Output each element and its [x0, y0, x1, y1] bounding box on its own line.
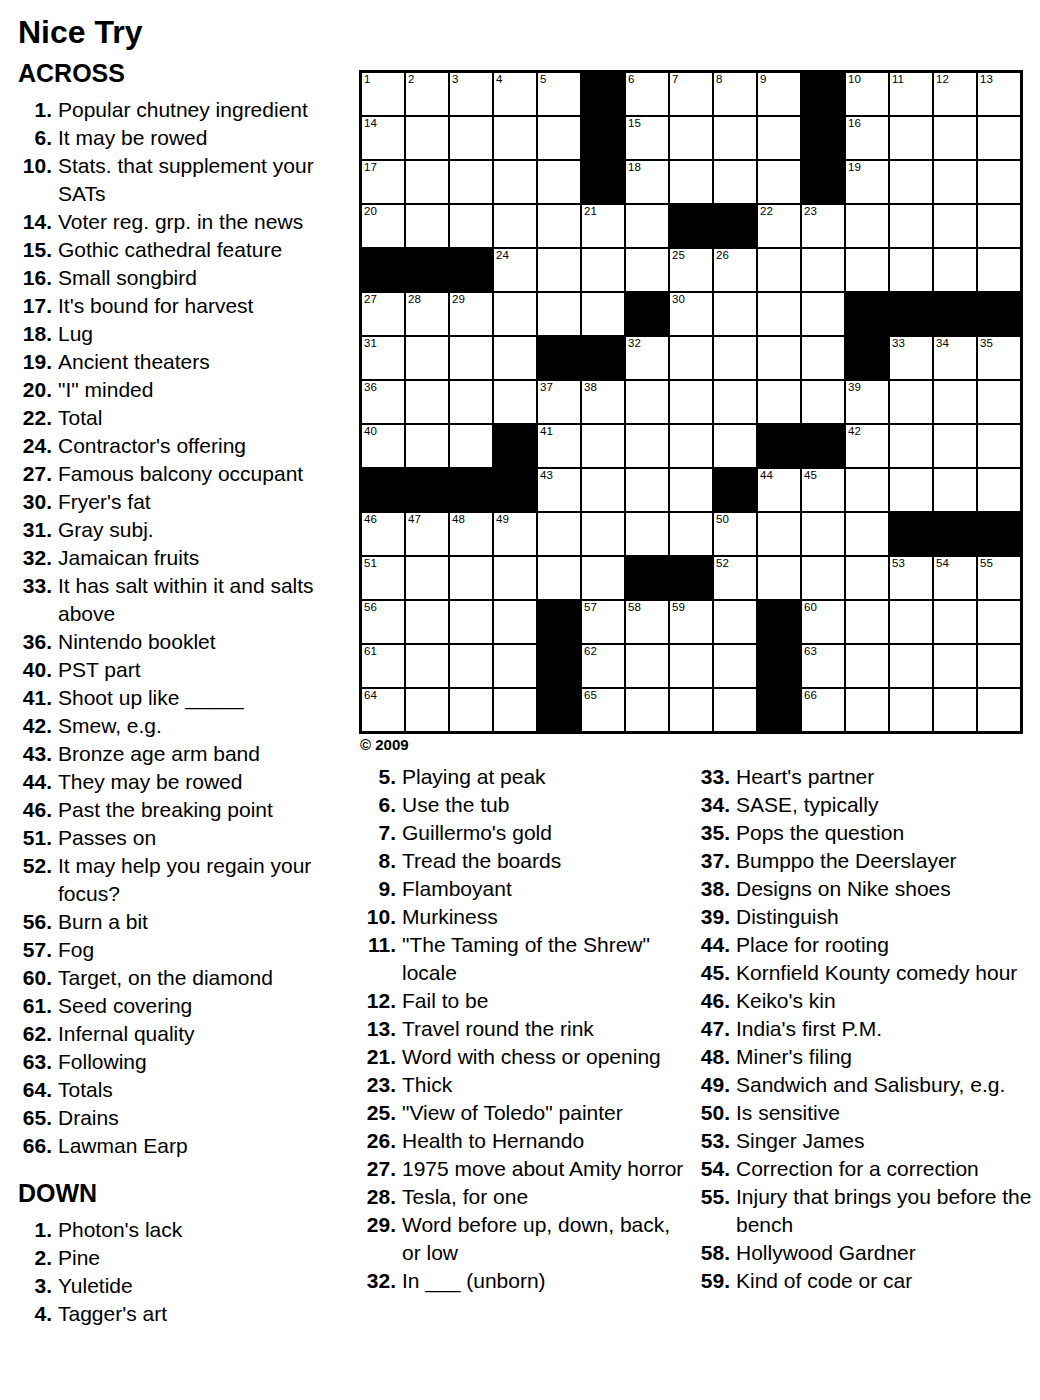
grid-cell[interactable]: 36 [361, 380, 405, 424]
cell-number: 58 [628, 601, 641, 614]
grid-cell[interactable] [669, 336, 713, 380]
grid-cell[interactable] [449, 688, 493, 732]
grid-cell[interactable] [801, 248, 845, 292]
clue-text: Fail to be [402, 987, 693, 1015]
grid-cell[interactable] [977, 380, 1021, 424]
grid-cell[interactable] [757, 336, 801, 380]
clue-text: Thick [402, 1071, 693, 1099]
grid-cell[interactable]: 1 [361, 72, 405, 116]
grid-cell[interactable]: 59 [669, 600, 713, 644]
clue-item: 20."I" minded [18, 376, 359, 404]
clue-item: 10.Stats. that supplement your SATs [18, 152, 359, 208]
grid-cell[interactable]: 19 [845, 160, 889, 204]
cell-number: 41 [540, 425, 553, 438]
down-clue-list-middle: 5.Playing at peak6.Use the tub7.Guillerm… [362, 763, 693, 1295]
grid-cell[interactable] [933, 116, 977, 160]
clue-number: 3. [18, 1272, 58, 1300]
clue-item: 13.Travel round the rink [362, 1015, 693, 1043]
grid-cell[interactable] [845, 644, 889, 688]
grid-cell[interactable]: 66 [801, 688, 845, 732]
grid-cell[interactable] [537, 204, 581, 248]
grid-cell[interactable] [933, 600, 977, 644]
grid-cell[interactable]: 10 [845, 72, 889, 116]
clue-item: 33.It has salt within it and salts above [18, 572, 359, 628]
grid-cell[interactable] [933, 380, 977, 424]
grid-cell[interactable]: 57 [581, 600, 625, 644]
grid-cell[interactable] [625, 688, 669, 732]
grid-cell[interactable] [405, 336, 449, 380]
grid-cell[interactable] [449, 160, 493, 204]
grid-cell[interactable] [889, 116, 933, 160]
block-cell [361, 248, 405, 292]
grid-cell[interactable] [449, 336, 493, 380]
grid-cell[interactable] [801, 512, 845, 556]
grid-cell[interactable] [977, 600, 1021, 644]
cell-number: 5 [540, 73, 546, 86]
grid-cell[interactable] [449, 204, 493, 248]
clue-text: Ancient theaters [58, 348, 359, 376]
clue-number: 17. [18, 292, 58, 320]
grid-cell[interactable]: 52 [713, 556, 757, 600]
grid-cell[interactable]: 13 [977, 72, 1021, 116]
grid-cell[interactable] [493, 292, 537, 336]
grid-cell[interactable]: 50 [713, 512, 757, 556]
grid-cell[interactable] [977, 644, 1021, 688]
grid-cell[interactable] [493, 336, 537, 380]
grid-cell[interactable]: 11 [889, 72, 933, 116]
clue-item: 65.Drains [18, 1104, 359, 1132]
block-cell [757, 424, 801, 468]
grid-cell[interactable] [625, 644, 669, 688]
grid-cell[interactable]: 27 [361, 292, 405, 336]
grid-cell[interactable]: 62 [581, 644, 625, 688]
grid-cell[interactable] [537, 556, 581, 600]
grid-cell[interactable] [669, 424, 713, 468]
grid-cell[interactable] [845, 556, 889, 600]
clue-item: 32.In ___ (unborn) [362, 1267, 693, 1295]
grid-cell[interactable]: 55 [977, 556, 1021, 600]
clue-number: 4. [18, 1300, 58, 1328]
grid-cell[interactable]: 4 [493, 72, 537, 116]
clue-item: 4.Tagger's art [18, 1300, 359, 1328]
grid-cell[interactable] [889, 248, 933, 292]
grid-cell[interactable] [977, 468, 1021, 512]
grid-cell[interactable] [449, 380, 493, 424]
block-cell [977, 512, 1021, 556]
grid-cell[interactable] [537, 160, 581, 204]
grid-cell[interactable] [405, 644, 449, 688]
grid-cell[interactable] [801, 556, 845, 600]
grid-cell[interactable] [757, 116, 801, 160]
block-cell [801, 160, 845, 204]
grid-cell[interactable] [713, 424, 757, 468]
grid-cell[interactable] [713, 380, 757, 424]
grid-cell[interactable] [801, 380, 845, 424]
cell-number: 59 [672, 601, 685, 614]
grid-cell[interactable] [493, 556, 537, 600]
grid-cell[interactable]: 51 [361, 556, 405, 600]
grid-cell[interactable] [625, 380, 669, 424]
clue-text: Heart's partner [736, 763, 1040, 791]
clue-text: Singer James [736, 1127, 1040, 1155]
clue-text: Lawman Earp [58, 1132, 359, 1160]
grid-cell[interactable] [669, 688, 713, 732]
grid-cell[interactable]: 45 [801, 468, 845, 512]
grid-cell[interactable] [713, 644, 757, 688]
grid-cell[interactable]: 18 [625, 160, 669, 204]
clue-number: 15. [18, 236, 58, 264]
grid-cell[interactable] [581, 468, 625, 512]
clue-number: 34. [696, 791, 736, 819]
clue-number: 5. [362, 763, 402, 791]
grid-cell[interactable] [757, 512, 801, 556]
grid-cell[interactable] [889, 688, 933, 732]
cell-number: 36 [364, 381, 377, 394]
grid-cell[interactable]: 60 [801, 600, 845, 644]
cell-number: 54 [936, 557, 949, 570]
grid-cell[interactable] [977, 248, 1021, 292]
cell-number: 64 [364, 689, 377, 702]
grid-cell[interactable]: 5 [537, 72, 581, 116]
grid-cell[interactable] [493, 380, 537, 424]
clue-text: Hollywood Gardner [736, 1239, 1040, 1267]
grid-cell[interactable] [405, 600, 449, 644]
grid-cell[interactable] [581, 556, 625, 600]
grid-cell[interactable] [977, 688, 1021, 732]
grid-cell[interactable]: 46 [361, 512, 405, 556]
clue-item: 27.1975 move about Amity horror [362, 1155, 693, 1183]
clue-text: Fryer's fat [58, 488, 359, 516]
grid-cell[interactable] [933, 468, 977, 512]
down-header: DOWN [18, 1178, 359, 1208]
grid-cell[interactable]: 37 [537, 380, 581, 424]
grid-cell[interactable]: 53 [889, 556, 933, 600]
clue-text: It may be rowed [58, 124, 359, 152]
grid-cell[interactable] [933, 688, 977, 732]
clue-text: Voter reg. grp. in the news [58, 208, 359, 236]
cell-number: 53 [892, 557, 905, 570]
grid-cell[interactable]: 48 [449, 512, 493, 556]
grid-cell[interactable] [493, 160, 537, 204]
grid-cell[interactable] [757, 556, 801, 600]
grid-cell[interactable] [537, 512, 581, 556]
grid-cell[interactable] [405, 688, 449, 732]
grid-cell[interactable] [581, 424, 625, 468]
grid-cell[interactable] [537, 248, 581, 292]
grid-cell[interactable] [493, 600, 537, 644]
cell-number: 17 [364, 161, 377, 174]
clue-number: 6. [18, 124, 58, 152]
grid-cell[interactable] [845, 600, 889, 644]
clue-number: 29. [362, 1211, 402, 1267]
grid-cell[interactable]: 12 [933, 72, 977, 116]
grid-cell[interactable] [625, 424, 669, 468]
grid-cell[interactable]: 47 [405, 512, 449, 556]
grid-cell[interactable] [889, 204, 933, 248]
grid-cell[interactable]: 61 [361, 644, 405, 688]
grid-cell[interactable] [537, 292, 581, 336]
block-cell [933, 292, 977, 336]
block-cell [889, 512, 933, 556]
grid-cell[interactable]: 33 [889, 336, 933, 380]
grid-cell[interactable] [625, 204, 669, 248]
grid-cell[interactable]: 65 [581, 688, 625, 732]
grid-cell[interactable]: 58 [625, 600, 669, 644]
grid-cell[interactable] [405, 424, 449, 468]
clue-text: In ___ (unborn) [402, 1267, 693, 1295]
grid-cell[interactable] [669, 116, 713, 160]
grid-cell[interactable] [405, 116, 449, 160]
grid-cell[interactable] [933, 248, 977, 292]
grid-cell[interactable]: 29 [449, 292, 493, 336]
grid-cell[interactable] [581, 248, 625, 292]
grid-cell[interactable]: 20 [361, 204, 405, 248]
grid-cell[interactable] [933, 424, 977, 468]
cell-number: 56 [364, 601, 377, 614]
clue-item: 45.Kornfield Kounty comedy hour [696, 959, 1040, 987]
clue-number: 53. [696, 1127, 736, 1155]
clue-text: Yuletide [58, 1272, 359, 1300]
grid-cell[interactable] [405, 380, 449, 424]
grid-cell[interactable]: 7 [669, 72, 713, 116]
clue-item: 11."The Taming of the Shrew" locale [362, 931, 693, 987]
clue-number: 45. [696, 959, 736, 987]
grid-cell[interactable] [757, 292, 801, 336]
grid-cell[interactable] [845, 204, 889, 248]
grid-cell[interactable]: 28 [405, 292, 449, 336]
clue-number: 58. [696, 1239, 736, 1267]
clue-text: Murkiness [402, 903, 693, 931]
grid-cell[interactable]: 22 [757, 204, 801, 248]
cell-number: 39 [848, 381, 861, 394]
clue-number: 31. [18, 516, 58, 544]
grid-cell[interactable] [537, 116, 581, 160]
grid-cell[interactable] [625, 512, 669, 556]
clue-text: Flamboyant [402, 875, 693, 903]
grid-cell[interactable]: 56 [361, 600, 405, 644]
grid-cell[interactable] [845, 512, 889, 556]
grid-cell[interactable] [933, 644, 977, 688]
down-clue-list-left: 1.Photon's lack2.Pine3.Yuletide4.Tagger'… [18, 1216, 359, 1328]
clue-text: Sandwich and Salisbury, e.g. [736, 1071, 1040, 1099]
clue-number: 1. [18, 1216, 58, 1244]
clue-item: 36.Nintendo booklet [18, 628, 359, 656]
grid-cell[interactable]: 25 [669, 248, 713, 292]
grid-cell[interactable]: 39 [845, 380, 889, 424]
grid-cell[interactable] [933, 160, 977, 204]
cell-number: 3 [452, 73, 458, 86]
grid-cell[interactable] [845, 248, 889, 292]
grid-cell[interactable] [713, 688, 757, 732]
grid-cell[interactable]: 63 [801, 644, 845, 688]
grid-cell[interactable] [889, 468, 933, 512]
clue-number: 10. [18, 152, 58, 208]
clue-text: Passes on [58, 824, 359, 852]
puzzle-title: Nice Try [18, 14, 143, 51]
clue-item: 64.Totals [18, 1076, 359, 1104]
grid-cell[interactable]: 30 [669, 292, 713, 336]
block-cell [449, 468, 493, 512]
grid-cell[interactable] [977, 160, 1021, 204]
grid-cell[interactable]: 14 [361, 116, 405, 160]
grid-cell[interactable] [669, 160, 713, 204]
clue-text: Miner's filing [736, 1043, 1040, 1071]
grid-cell[interactable]: 6 [625, 72, 669, 116]
grid-cell[interactable]: 9 [757, 72, 801, 116]
clue-number: 20. [18, 376, 58, 404]
grid-cell[interactable]: 34 [933, 336, 977, 380]
cell-number: 44 [760, 469, 773, 482]
grid-cell[interactable] [977, 424, 1021, 468]
grid-cell[interactable]: 26 [713, 248, 757, 292]
clue-item: 40.PST part [18, 656, 359, 684]
grid-cell[interactable] [581, 292, 625, 336]
grid-cell[interactable] [669, 644, 713, 688]
cell-number: 4 [496, 73, 502, 86]
grid-cell[interactable]: 40 [361, 424, 405, 468]
grid-cell[interactable] [933, 204, 977, 248]
cell-number: 40 [364, 425, 377, 438]
grid-cell[interactable] [977, 204, 1021, 248]
grid-cell[interactable] [493, 204, 537, 248]
grid-cell[interactable]: 43 [537, 468, 581, 512]
clue-text: Kind of code or car [736, 1267, 1040, 1295]
clue-item: 57.Fog [18, 936, 359, 964]
grid-cell[interactable]: 17 [361, 160, 405, 204]
grid-cell[interactable]: 23 [801, 204, 845, 248]
cell-number: 42 [848, 425, 861, 438]
grid-cell[interactable]: 31 [361, 336, 405, 380]
across-clue-list: 1.Popular chutney ingredient6.It may be … [18, 96, 359, 1160]
cell-number: 27 [364, 293, 377, 306]
clue-item: 62.Infernal quality [18, 1020, 359, 1048]
grid-cell[interactable] [669, 468, 713, 512]
grid-cell[interactable] [449, 644, 493, 688]
grid-cell[interactable] [889, 380, 933, 424]
cell-number: 25 [672, 249, 685, 262]
clue-number: 24. [18, 432, 58, 460]
grid-cell[interactable]: 24 [493, 248, 537, 292]
grid-cell[interactable]: 3 [449, 72, 493, 116]
grid-cell[interactable]: 8 [713, 72, 757, 116]
clue-item: 41.Shoot up like _____ [18, 684, 359, 712]
grid-cell[interactable] [801, 292, 845, 336]
clue-item: 1.Popular chutney ingredient [18, 96, 359, 124]
clue-text: India's first P.M. [736, 1015, 1040, 1043]
clue-number: 23. [362, 1071, 402, 1099]
grid-cell[interactable]: 32 [625, 336, 669, 380]
grid-cell[interactable] [977, 116, 1021, 160]
grid-cell[interactable] [449, 556, 493, 600]
clue-item: 55.Injury that brings you before the ben… [696, 1183, 1040, 1239]
grid-cell[interactable] [889, 644, 933, 688]
grid-cell[interactable]: 49 [493, 512, 537, 556]
grid-cell[interactable] [713, 600, 757, 644]
grid-cell[interactable] [757, 380, 801, 424]
clue-item: 54.Correction for a correction [696, 1155, 1040, 1183]
grid-cell[interactable] [493, 116, 537, 160]
clue-item: 6.It may be rowed [18, 124, 359, 152]
clue-number: 56. [18, 908, 58, 936]
clue-text: Gray subj. [58, 516, 359, 544]
cell-number: 23 [804, 205, 817, 218]
block-cell [581, 72, 625, 116]
clue-number: 57. [18, 936, 58, 964]
clue-item: 37.Bumppo the Deerslayer [696, 847, 1040, 875]
grid-cell[interactable]: 44 [757, 468, 801, 512]
clue-item: 21.Word with chess or opening [362, 1043, 693, 1071]
grid-cell[interactable]: 35 [977, 336, 1021, 380]
grid-cell[interactable] [449, 116, 493, 160]
grid-cell[interactable]: 21 [581, 204, 625, 248]
clue-number: 32. [362, 1267, 402, 1295]
grid-cell[interactable] [581, 512, 625, 556]
clue-number: 51. [18, 824, 58, 852]
cell-number: 28 [408, 293, 421, 306]
grid-cell[interactable]: 2 [405, 72, 449, 116]
grid-cell[interactable] [713, 160, 757, 204]
grid-cell[interactable] [405, 160, 449, 204]
grid-cell[interactable]: 15 [625, 116, 669, 160]
grid-cell[interactable] [713, 292, 757, 336]
grid-cell[interactable] [405, 556, 449, 600]
grid-cell[interactable]: 54 [933, 556, 977, 600]
clue-text: Popular chutney ingredient [58, 96, 359, 124]
grid-cell[interactable]: 41 [537, 424, 581, 468]
clue-item: 48.Miner's filing [696, 1043, 1040, 1071]
grid-cell[interactable]: 16 [845, 116, 889, 160]
grid-cell[interactable] [889, 160, 933, 204]
grid-cell[interactable] [449, 600, 493, 644]
cell-number: 33 [892, 337, 905, 350]
grid-cell[interactable] [625, 468, 669, 512]
grid-cell[interactable]: 38 [581, 380, 625, 424]
grid-cell[interactable] [801, 336, 845, 380]
grid-cell[interactable] [889, 600, 933, 644]
cell-number: 16 [848, 117, 861, 130]
clue-item: 18.Lug [18, 320, 359, 348]
clue-item: 30.Fryer's fat [18, 488, 359, 516]
grid-cell[interactable] [757, 160, 801, 204]
clue-item: 3.Yuletide [18, 1272, 359, 1300]
grid-cell[interactable] [493, 644, 537, 688]
grid-cell[interactable] [493, 688, 537, 732]
grid-cell[interactable] [405, 204, 449, 248]
grid-cell[interactable] [845, 688, 889, 732]
grid-cell[interactable] [669, 512, 713, 556]
grid-cell[interactable] [757, 248, 801, 292]
grid-cell[interactable] [713, 336, 757, 380]
cell-number: 26 [716, 249, 729, 262]
grid-cell[interactable] [845, 468, 889, 512]
cell-number: 21 [584, 205, 597, 218]
clue-text: Tagger's art [58, 1300, 359, 1328]
grid-cell[interactable] [449, 424, 493, 468]
grid-cell[interactable]: 42 [845, 424, 889, 468]
clue-number: 27. [362, 1155, 402, 1183]
grid-cell[interactable]: 64 [361, 688, 405, 732]
block-cell [757, 688, 801, 732]
across-header: ACROSS [18, 58, 359, 88]
grid-cell[interactable] [625, 248, 669, 292]
clue-number: 26. [362, 1127, 402, 1155]
clue-text: Totals [58, 1076, 359, 1104]
grid-cell[interactable] [889, 424, 933, 468]
grid-cell[interactable] [669, 380, 713, 424]
grid-cell[interactable] [713, 116, 757, 160]
block-cell [537, 336, 581, 380]
clue-text: Playing at peak [402, 763, 693, 791]
